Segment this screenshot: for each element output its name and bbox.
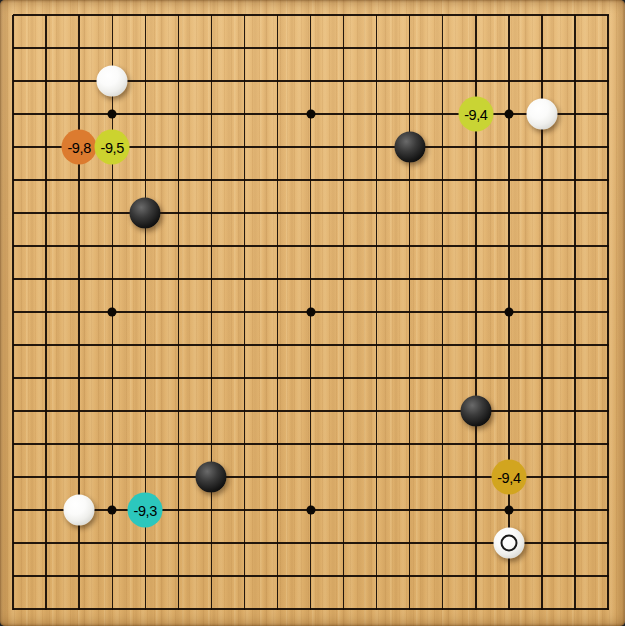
black-stone-E13 — [130, 198, 161, 229]
black-stone-P7 — [460, 396, 491, 427]
analysis-mark-label: -9,3 — [134, 502, 157, 518]
grid-line-vertical — [574, 15, 575, 610]
black-stone-G5 — [196, 462, 227, 493]
white-stone-C4 — [64, 495, 95, 526]
white-stone-R16 — [526, 99, 557, 130]
analysis-mark-C15[interactable]: -9,8 — [62, 130, 97, 165]
grid-line-vertical — [607, 15, 608, 610]
grid-line-horizontal — [13, 344, 609, 345]
grid-line-horizontal — [13, 245, 609, 246]
star-point — [306, 308, 315, 317]
grid-line-vertical — [178, 15, 179, 610]
analysis-mark-Q5[interactable]: -9,4 — [491, 460, 526, 495]
grid-line-vertical — [12, 15, 13, 610]
star-point — [108, 308, 117, 317]
white-stone-Q3 — [493, 528, 524, 559]
grid-line-vertical — [442, 15, 443, 610]
grid-line-horizontal — [13, 443, 609, 444]
go-board[interactable]: -9,8-9,5-9,4-9,4-9,3 — [0, 0, 625, 626]
grid-line-horizontal — [13, 575, 609, 576]
grid-line-horizontal — [13, 14, 609, 15]
star-point — [306, 506, 315, 515]
white-stone-D17 — [97, 66, 128, 97]
grid-line-horizontal — [13, 608, 609, 609]
grid-line-vertical — [343, 15, 344, 610]
black-stone-N15 — [394, 132, 425, 163]
grid-line-horizontal — [13, 47, 609, 48]
star-point — [108, 506, 117, 515]
grid-line-vertical — [409, 15, 410, 610]
analysis-mark-P16[interactable]: -9,4 — [458, 97, 493, 132]
analysis-mark-label: -9,4 — [497, 469, 520, 485]
grid-line-vertical — [211, 15, 212, 610]
star-point — [504, 506, 513, 515]
grid-line-horizontal — [13, 278, 609, 279]
analysis-mark-label: -9,5 — [100, 139, 123, 155]
analysis-mark-D15[interactable]: -9,5 — [95, 130, 130, 165]
grid-line-horizontal — [13, 179, 609, 180]
last-move-marker — [500, 535, 517, 552]
star-point — [108, 110, 117, 119]
analysis-mark-label: -9,8 — [67, 139, 90, 155]
grid-line-vertical — [277, 15, 278, 610]
grid-line-vertical — [244, 15, 245, 610]
star-point — [504, 308, 513, 317]
grid-line-horizontal — [13, 377, 609, 378]
grid-line-horizontal — [13, 410, 609, 411]
analysis-mark-E4[interactable]: -9,3 — [128, 493, 163, 528]
star-point — [306, 110, 315, 119]
grid-line-vertical — [376, 15, 377, 610]
grid-line-horizontal — [13, 212, 609, 213]
star-point — [504, 110, 513, 119]
grid-line-vertical — [45, 15, 46, 610]
analysis-mark-label: -9,4 — [464, 106, 487, 122]
